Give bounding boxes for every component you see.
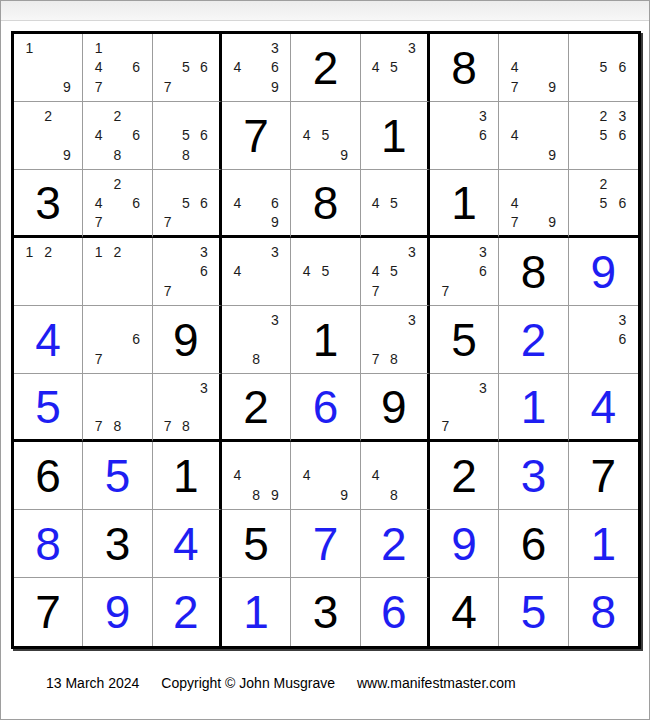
pencil-mark: 7 [89,212,108,231]
pencil-marks: 367 [430,238,498,305]
pencil-mark: 2 [594,106,613,126]
pencil-mark: 4 [228,262,247,282]
cell-r6c5[interactable]: 6 [291,374,360,442]
cell-r1c6[interactable]: 345 [361,34,430,102]
cell-value: 2 [173,589,199,635]
pencil-mark: 8 [385,485,403,505]
pencil-mark: 4 [89,126,108,146]
cell-r1c1[interactable]: 19 [14,34,83,102]
pencil-mark: 4 [505,193,524,212]
cell-r3c6[interactable]: 45 [361,170,430,238]
cell-r6c2[interactable]: 78 [83,374,152,442]
pencil-mark: 7 [436,416,455,435]
cell-value: 7 [243,113,269,159]
cell-r5c6[interactable]: 378 [361,306,430,374]
footer-copyright: Copyright © John Musgrave [161,675,335,691]
pencil-mark: 5 [594,126,613,146]
cell-value: 1 [521,384,547,430]
cell-r5c9[interactable]: 36 [569,306,638,374]
cell-r4c9[interactable]: 9 [569,238,638,306]
pencil-mark: 5 [385,58,403,78]
cell-value: 6 [313,384,339,430]
cell-r7c8[interactable]: 3 [499,442,568,510]
pencil-mark: 8 [247,349,266,369]
cell-r2c6[interactable]: 1 [361,102,430,170]
cell-value: 9 [105,589,131,635]
cell-value: 3 [313,589,339,635]
cell-value: 4 [451,589,477,635]
cell-value: 9 [591,249,617,295]
pencil-marks: 78 [83,374,151,439]
cell-r6c6[interactable]: 9 [361,374,430,442]
cell-r6c3[interactable]: 378 [153,374,222,442]
pencil-mark: 3 [403,242,421,262]
pencil-marks: 48 [361,442,427,509]
pencil-mark: 7 [89,416,108,435]
cell-value: 1 [173,453,199,499]
pencil-mark: 7 [159,77,177,97]
pencil-mark: 4 [367,466,385,486]
cell-r5c7[interactable]: 5 [430,306,499,374]
cell-r1c3[interactable]: 567 [153,34,222,102]
cell-value: 4 [591,384,617,430]
pencil-mark: 9 [543,212,562,231]
cell-r8c1[interactable]: 8 [14,510,83,578]
cell-r5c8[interactable]: 2 [499,306,568,374]
cell-value: 2 [313,45,339,91]
cell-r7c1[interactable]: 6 [14,442,83,510]
pencil-mark: 1 [20,242,39,262]
cell-r8c6[interactable]: 2 [361,510,430,578]
pencil-mark: 9 [543,145,562,165]
pencil-marks: 345 [361,34,427,101]
footer-date: 13 March 2024 [46,675,139,691]
cell-value: 9 [381,384,407,430]
cell-r7c5[interactable]: 49 [291,442,360,510]
pencil-marks: 36 [569,306,638,373]
cell-value: 8 [313,180,339,226]
pencil-mark: 7 [436,281,455,301]
pencil-mark: 7 [367,349,385,369]
pencil-mark: 2 [108,106,127,126]
top-band [1,1,649,21]
pencil-marks: 45 [291,238,359,305]
cell-value: 8 [521,249,547,295]
puzzle-page: 1914675673469234584795629246856874591364… [0,0,650,720]
pencil-marks: 56 [569,34,638,101]
cell-r1c9[interactable]: 56 [569,34,638,102]
pencil-marks: 34 [222,238,290,305]
cell-r4c3[interactable]: 367 [153,238,222,306]
pencil-marks: 45 [361,170,427,235]
cell-r6c1[interactable]: 5 [14,374,83,442]
pencil-marks: 38 [222,306,290,373]
cell-r8c8[interactable]: 6 [499,510,568,578]
pencil-mark: 9 [335,485,354,505]
cell-r4c4[interactable]: 34 [222,238,291,306]
pencil-marks: 3457 [361,238,427,305]
cell-r4c1[interactable]: 12 [14,238,83,306]
cell-r2c9[interactable]: 2356 [569,102,638,170]
pencil-mark: 6 [195,262,213,282]
pencil-marks: 256 [569,170,638,235]
cell-value: 6 [521,521,547,567]
cell-value: 5 [521,589,547,635]
pencil-mark: 5 [385,262,403,282]
pencil-marks: 49 [291,442,359,509]
pencil-mark: 5 [177,58,195,78]
pencil-mark: 1 [89,38,108,58]
pencil-marks: 489 [222,442,290,509]
cell-r2c2[interactable]: 2468 [83,102,152,170]
pencil-mark: 3 [266,242,285,262]
cell-r4c5[interactable]: 45 [291,238,360,306]
pencil-mark: 1 [89,242,108,262]
pencil-mark: 3 [613,310,632,330]
pencil-mark: 5 [385,193,403,212]
cell-r3c5[interactable]: 8 [291,170,360,238]
pencil-marks: 2356 [569,102,638,169]
pencil-marks: 3469 [222,34,290,101]
pencil-mark: 5 [594,58,613,78]
pencil-mark: 6 [195,58,213,78]
cell-r8c2[interactable]: 3 [83,510,152,578]
pencil-mark: 6 [266,58,285,78]
pencil-mark: 9 [58,77,77,97]
cell-r2c4[interactable]: 7 [222,102,291,170]
cell-r3c3[interactable]: 567 [153,170,222,238]
cell-r6c9[interactable]: 4 [569,374,638,442]
cell-value: 1 [451,180,477,226]
cell-r3c8[interactable]: 479 [499,170,568,238]
cell-r8c7[interactable]: 9 [430,510,499,578]
cell-value: 1 [313,317,339,363]
pencil-mark: 4 [89,193,108,212]
cell-r8c9[interactable]: 1 [569,510,638,578]
cell-r2c5[interactable]: 459 [291,102,360,170]
cell-r5c2[interactable]: 67 [83,306,152,374]
cell-r3c4[interactable]: 469 [222,170,291,238]
pencil-mark: 6 [127,126,146,146]
cell-r7c7[interactable]: 2 [430,442,499,510]
cell-value: 2 [451,453,477,499]
cell-value: 5 [451,317,477,363]
cell-r1c4[interactable]: 3469 [222,34,291,102]
pencil-mark: 6 [613,193,632,212]
pencil-mark: 5 [177,126,195,146]
pencil-marks: 2468 [83,102,151,169]
pencil-mark: 8 [385,349,403,369]
cell-r7c9[interactable]: 7 [569,442,638,510]
cell-r8c3[interactable]: 4 [153,510,222,578]
pencil-mark: 9 [58,145,77,165]
cell-r9c9[interactable]: 8 [569,578,638,646]
cell-r9c3[interactable]: 2 [153,578,222,646]
pencil-mark: 7 [367,281,385,301]
pencil-marks: 459 [291,102,359,169]
pencil-mark: 6 [613,330,632,350]
pencil-mark: 4 [367,193,385,212]
pencil-mark: 4 [505,126,524,146]
pencil-mark: 6 [613,126,632,146]
pencil-marks: 469 [222,170,290,235]
cell-value: 5 [105,453,131,499]
cell-r4c2[interactable]: 12 [83,238,152,306]
pencil-mark: 5 [177,193,195,212]
cell-r7c6[interactable]: 48 [361,442,430,510]
pencil-mark: 3 [474,106,493,126]
cell-r6c4[interactable]: 2 [222,374,291,442]
pencil-mark: 7 [89,77,108,97]
pencil-mark: 3 [266,38,285,58]
pencil-marks: 378 [153,374,219,439]
cell-r3c2[interactable]: 2467 [83,170,152,238]
pencil-mark: 3 [403,38,421,58]
pencil-mark: 4 [297,262,316,282]
pencil-mark: 9 [543,77,562,97]
cell-value: 5 [243,521,269,567]
cell-r1c7[interactable]: 8 [430,34,499,102]
pencil-mark: 8 [247,485,266,505]
cell-r8c4[interactable]: 5 [222,510,291,578]
pencil-mark: 2 [39,242,58,262]
cell-r2c7[interactable]: 36 [430,102,499,170]
cell-r9c4[interactable]: 1 [222,578,291,646]
cell-r2c1[interactable]: 29 [14,102,83,170]
pencil-mark: 6 [474,126,493,146]
cell-value: 3 [521,453,547,499]
pencil-marks: 29 [14,102,82,169]
pencil-mark: 7 [159,281,177,301]
cell-value: 1 [381,113,407,159]
cell-r4c8[interactable]: 8 [499,238,568,306]
pencil-mark: 4 [505,58,524,78]
pencil-mark: 6 [474,262,493,282]
cell-value: 4 [173,521,199,567]
cell-value: 2 [243,384,269,430]
cell-r1c5[interactable]: 2 [291,34,360,102]
pencil-mark: 8 [177,416,195,435]
cell-r9c2[interactable]: 9 [83,578,152,646]
pencil-marks: 378 [361,306,427,373]
pencil-marks: 19 [14,34,82,101]
pencil-mark: 4 [297,466,316,486]
cell-r9c6[interactable]: 6 [361,578,430,646]
pencil-mark: 6 [127,58,146,78]
pencil-mark: 4 [297,126,316,146]
cell-r2c8[interactable]: 49 [499,102,568,170]
pencil-mark: 9 [266,77,285,97]
cell-r9c7[interactable]: 4 [430,578,499,646]
pencil-marks: 1467 [83,34,151,101]
cell-value: 2 [521,317,547,363]
pencil-mark: 7 [505,77,524,97]
pencil-mark: 9 [335,145,354,165]
pencil-marks: 12 [14,238,82,305]
cell-r5c5[interactable]: 1 [291,306,360,374]
pencil-mark: 9 [266,212,285,231]
pencil-marks: 568 [153,102,219,169]
pencil-mark: 7 [159,416,177,435]
pencil-mark: 5 [594,193,613,212]
pencil-mark: 3 [474,378,493,397]
footer-website-link[interactable]: www.manifestmaster.com [357,675,516,691]
pencil-marks: 479 [499,170,567,235]
pencil-mark: 2 [594,174,613,193]
cell-value: 3 [35,180,61,226]
cell-r7c3[interactable]: 1 [153,442,222,510]
pencil-mark: 3 [474,242,493,262]
cell-value: 8 [35,521,61,567]
cell-r5c1[interactable]: 4 [14,306,83,374]
pencil-mark: 6 [195,126,213,146]
pencil-mark: 4 [367,58,385,78]
pencil-marks: 2467 [83,170,151,235]
cell-value: 1 [591,521,617,567]
cell-r9c1[interactable]: 7 [14,578,83,646]
pencil-mark: 2 [108,174,127,193]
cell-value: 8 [591,589,617,635]
pencil-mark: 8 [177,145,195,165]
pencil-marks: 37 [430,374,498,439]
cell-r4c6[interactable]: 3457 [361,238,430,306]
cell-value: 4 [35,317,61,363]
cell-r5c4[interactable]: 38 [222,306,291,374]
pencil-mark: 3 [403,310,421,330]
sudoku-grid: 1914675673469234584795629246856874591364… [11,31,641,649]
pencil-mark: 7 [89,349,108,369]
pencil-mark: 5 [316,126,335,146]
cell-r6c8[interactable]: 1 [499,374,568,442]
pencil-mark: 4 [367,262,385,282]
cell-r1c8[interactable]: 479 [499,34,568,102]
cell-r2c3[interactable]: 568 [153,102,222,170]
pencil-mark: 6 [195,193,213,212]
cell-r9c5[interactable]: 3 [291,578,360,646]
pencil-marks: 12 [83,238,151,305]
pencil-mark: 7 [159,212,177,231]
cell-value: 6 [35,453,61,499]
pencil-mark: 8 [108,145,127,165]
pencil-mark: 6 [266,193,285,212]
pencil-marks: 479 [499,34,567,101]
pencil-mark: 8 [108,416,127,435]
cell-value: 8 [451,45,477,91]
pencil-mark: 9 [266,485,285,505]
cell-r3c9[interactable]: 256 [569,170,638,238]
pencil-mark: 6 [127,193,146,212]
cell-value: 6 [381,589,407,635]
cell-value: 7 [313,521,339,567]
cell-r1c2[interactable]: 1467 [83,34,152,102]
pencil-mark: 2 [39,106,58,126]
cell-r9c8[interactable]: 5 [499,578,568,646]
pencil-mark: 2 [108,242,127,262]
pencil-mark: 6 [127,330,146,350]
cell-value: 9 [173,317,199,363]
cell-value: 1 [243,589,269,635]
cell-value: 3 [105,521,131,567]
footer: 13 March 2024 Copyright © John Musgrave … [46,675,534,691]
pencil-mark: 3 [266,310,285,330]
cell-value: 7 [35,589,61,635]
pencil-mark: 6 [613,58,632,78]
cell-value: 5 [35,384,61,430]
pencil-mark: 4 [228,193,247,212]
pencil-mark: 5 [316,262,335,282]
cell-r7c4[interactable]: 489 [222,442,291,510]
pencil-mark: 1 [20,38,39,58]
cell-r6c7[interactable]: 37 [430,374,499,442]
pencil-marks: 36 [430,102,498,169]
pencil-mark: 4 [89,58,108,78]
pencil-mark: 3 [195,378,213,397]
cell-r7c2[interactable]: 5 [83,442,152,510]
cell-r8c5[interactable]: 7 [291,510,360,578]
pencil-marks: 567 [153,170,219,235]
cell-value: 2 [381,521,407,567]
pencil-marks: 49 [499,102,567,169]
pencil-mark: 3 [195,242,213,262]
pencil-mark: 3 [613,106,632,126]
pencil-mark: 4 [228,466,247,486]
pencil-marks: 367 [153,238,219,305]
cell-r5c3[interactable]: 9 [153,306,222,374]
cell-r4c7[interactable]: 367 [430,238,499,306]
cell-value: 7 [591,453,617,499]
pencil-marks: 567 [153,34,219,101]
cell-r3c1[interactable]: 3 [14,170,83,238]
cell-r3c7[interactable]: 1 [430,170,499,238]
pencil-mark: 7 [505,212,524,231]
cell-value: 9 [451,521,477,567]
pencil-marks: 67 [83,306,151,373]
pencil-mark: 4 [228,58,247,78]
